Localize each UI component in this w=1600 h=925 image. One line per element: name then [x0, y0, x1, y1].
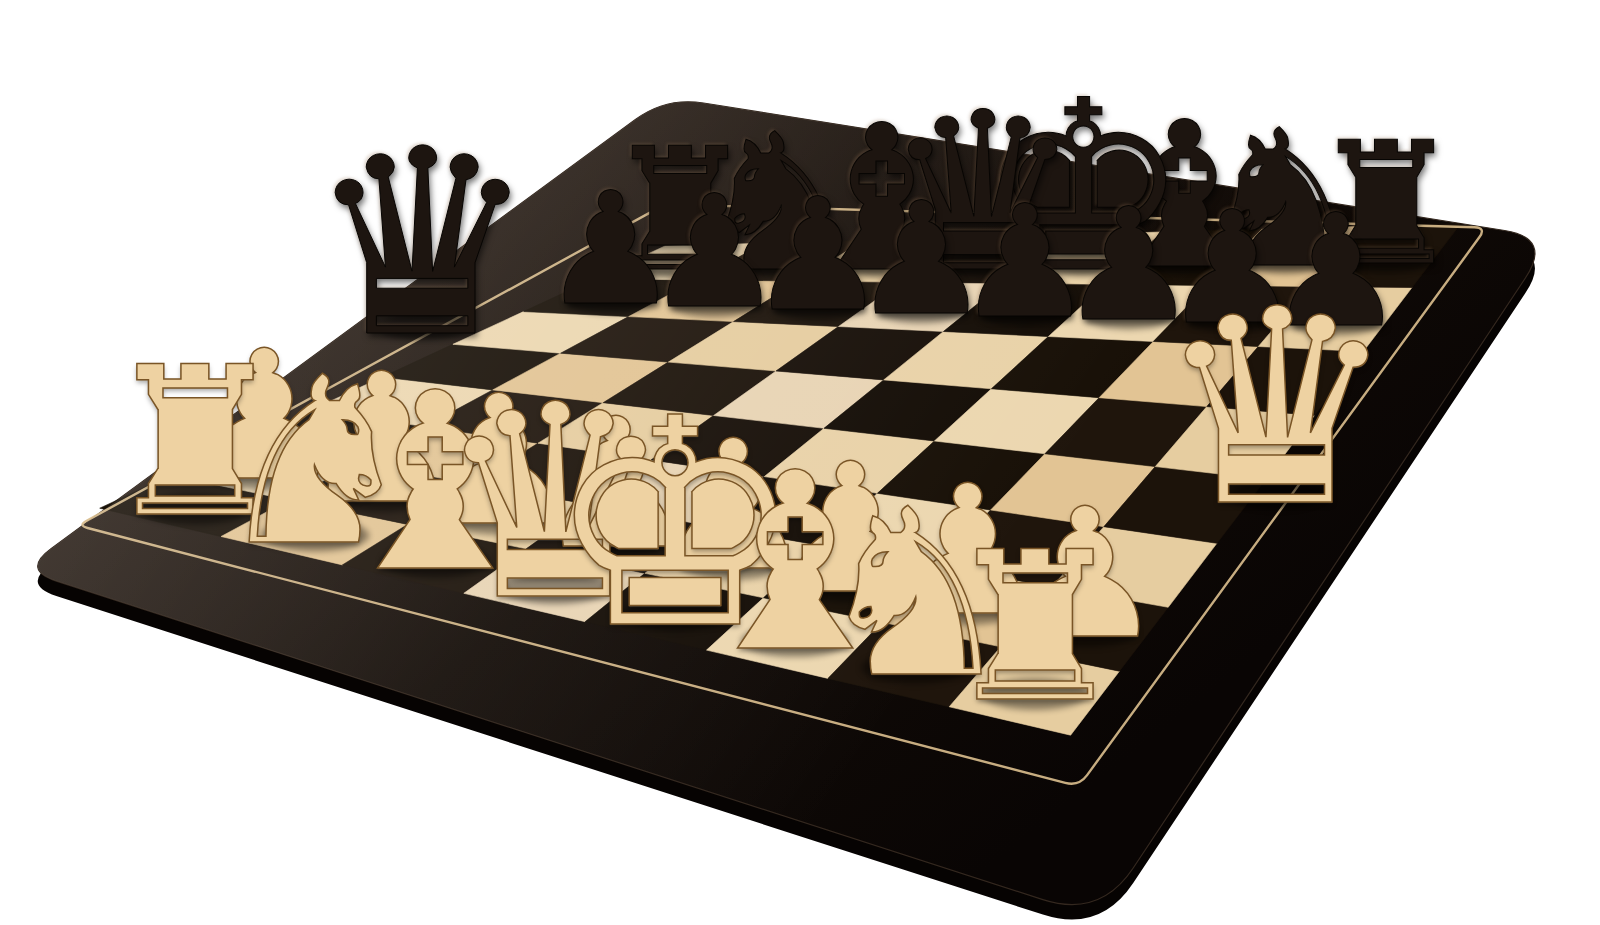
chess-photo-scene: ♜♞♝♚♛♝♞♜♟♟♟♟♟♟♟♟♛♟♛♟♜♟♞♟♝♟♟♛♟♚♟♝♞♜ Stand…	[0, 0, 1600, 925]
piece-white-rook-h1[interactable]: ♜	[901, 525, 1169, 731]
chess-pieces-layer: ♜♞♝♚♛♝♞♜♟♟♟♟♟♟♟♟♛♟♛♟♜♟♞♟♝♟♟♛♟♚♟♝♞♜	[0, 0, 1600, 925]
